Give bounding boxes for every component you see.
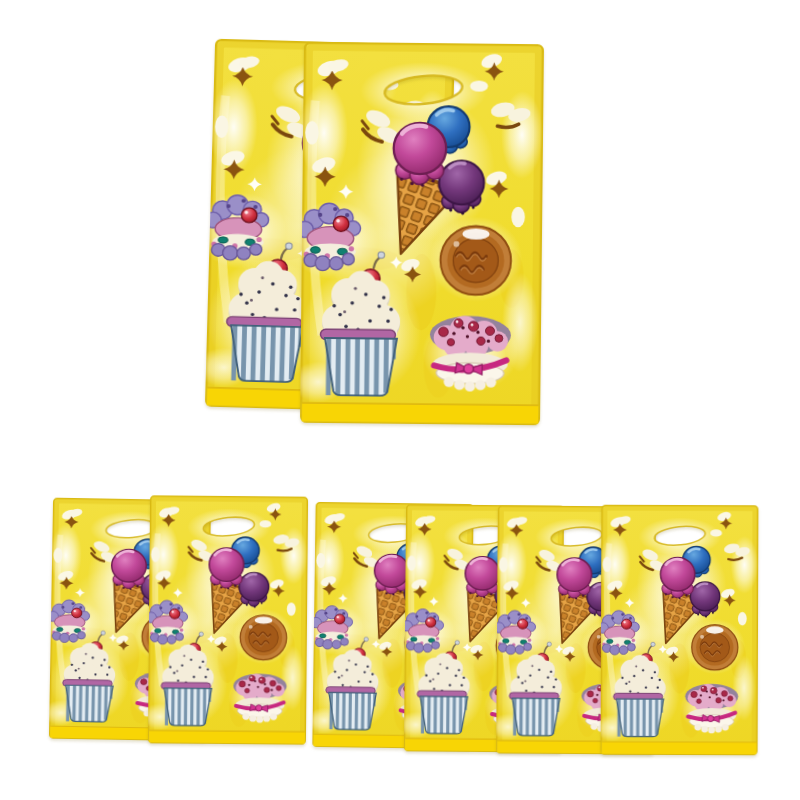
white-puff (738, 612, 747, 625)
macaron-icon (148, 600, 188, 644)
cookie-icon (692, 625, 738, 670)
bag-art (300, 42, 544, 425)
macaron-icon (312, 606, 352, 650)
cupcake-liner (230, 325, 304, 382)
cupcake-liner (65, 685, 113, 722)
cupcake-liner (616, 699, 663, 737)
bag-bottom-fold (602, 742, 757, 755)
macaron-icon (496, 610, 536, 654)
scoop-magenta (209, 548, 244, 590)
scoop-magenta (557, 558, 592, 600)
scoop-magenta (374, 554, 409, 596)
scoop-magenta (465, 557, 500, 599)
cupcake-liner (328, 692, 376, 729)
bag-bottom-fold (149, 730, 305, 743)
cookie-icon (440, 226, 511, 296)
bag-art (601, 505, 759, 756)
cookie-icon (240, 615, 287, 660)
macaron-icon (49, 600, 90, 643)
scoop-magenta (111, 549, 146, 590)
cupcake-liner (512, 698, 560, 736)
party-bag-bottom-6 (601, 505, 759, 756)
cupcake-liner (164, 688, 212, 726)
scoop-magenta (393, 123, 446, 187)
cupcake-liner (324, 338, 397, 396)
product-photo-stage (0, 0, 800, 800)
scoop-magenta (660, 557, 694, 599)
macaron-icon (300, 203, 361, 271)
bag-art (148, 495, 308, 744)
cupcake-liner (420, 696, 468, 733)
party-bag-bottom-2 (148, 495, 308, 744)
bag-bottom-fold (302, 403, 539, 424)
macaron-icon (205, 194, 269, 261)
white-puff (710, 529, 722, 536)
macaron-icon (404, 609, 444, 653)
party-bag-top-right (300, 42, 544, 425)
white-puff (603, 557, 612, 572)
macaron-icon (601, 610, 640, 654)
